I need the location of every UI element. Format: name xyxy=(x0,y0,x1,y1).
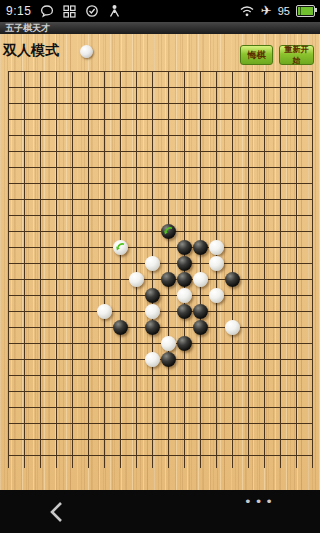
board-grid-line xyxy=(88,71,89,468)
white-stone xyxy=(129,272,144,287)
board-grid-line xyxy=(120,71,121,468)
last-move-marker-icon xyxy=(163,226,174,237)
apps-grid-icon xyxy=(63,5,76,18)
black-stone xyxy=(193,320,208,335)
white-stone xyxy=(145,304,160,319)
turn-indicator-stone xyxy=(80,45,93,58)
board-grid-line xyxy=(8,151,313,152)
board-grid-line xyxy=(264,71,265,468)
app-title: 五子棋天才 xyxy=(0,22,50,34)
board-grid-line xyxy=(8,71,9,468)
white-stone xyxy=(193,272,208,287)
black-stone xyxy=(145,288,160,303)
black-stone xyxy=(177,240,192,255)
board-grid-line xyxy=(8,375,313,376)
restart-button[interactable]: 重新开始 xyxy=(279,45,314,65)
white-stone xyxy=(209,288,224,303)
wifi-icon xyxy=(239,5,255,17)
black-stone xyxy=(145,320,160,335)
board-grid-line xyxy=(232,71,233,468)
board-grid-line xyxy=(8,327,313,328)
black-stone xyxy=(193,240,208,255)
white-stone xyxy=(97,304,112,319)
board-grid-line xyxy=(8,135,313,136)
battery-percent: 95 xyxy=(278,5,290,17)
black-stone xyxy=(161,272,176,287)
board-grid-line xyxy=(8,247,313,248)
white-stone xyxy=(225,320,240,335)
board-grid-line xyxy=(8,455,313,456)
board-grid-line xyxy=(8,263,313,264)
black-stone xyxy=(161,352,176,367)
board-grid-line xyxy=(8,423,313,424)
mode-label: 双人模式 xyxy=(3,42,59,60)
check-circle-icon xyxy=(85,4,99,18)
black-stone xyxy=(177,336,192,351)
status-bar: 9:15 ✈ 95 xyxy=(0,0,320,22)
board-grid-line xyxy=(24,71,25,468)
board-grid-line xyxy=(8,407,313,408)
board-grid-line xyxy=(8,295,313,296)
black-stone xyxy=(225,272,240,287)
board-grid-line xyxy=(136,71,137,468)
person-icon xyxy=(108,4,121,18)
white-stone xyxy=(209,240,224,255)
board-grid-line xyxy=(8,183,313,184)
board-grid-line xyxy=(8,311,313,312)
board-grid-line xyxy=(72,71,73,468)
board-grid-line xyxy=(280,71,281,468)
board-grid-line xyxy=(8,87,313,88)
board-grid-line xyxy=(248,71,249,468)
board-grid-line xyxy=(104,71,105,468)
white-stone xyxy=(145,256,160,271)
white-stone xyxy=(161,336,176,351)
board-grid-line xyxy=(56,71,57,468)
black-stone xyxy=(177,304,192,319)
undo-button[interactable]: 悔棋 xyxy=(240,45,273,65)
board[interactable]: 双人模式 悔棋 重新开始 xyxy=(0,34,320,490)
board-grid-line xyxy=(168,71,169,468)
battery-icon xyxy=(296,5,315,17)
airplane-mode-icon: ✈ xyxy=(261,5,272,17)
board-grid-line xyxy=(312,71,313,468)
black-stone xyxy=(161,224,176,239)
white-stone xyxy=(113,240,128,255)
black-stone xyxy=(177,256,192,271)
board-grid-line xyxy=(8,199,313,200)
black-stone xyxy=(193,304,208,319)
black-stone xyxy=(113,320,128,335)
board-grid-line xyxy=(8,119,313,120)
navigation-bar: ••• xyxy=(0,490,320,533)
board-grid-line xyxy=(200,71,201,468)
board-grid-line xyxy=(8,103,313,104)
board-grid-line xyxy=(40,71,41,468)
last-move-marker-icon xyxy=(115,242,126,253)
white-stone xyxy=(177,288,192,303)
chat-bubble-icon xyxy=(40,4,54,18)
board-grid-line xyxy=(8,215,313,216)
clock: 9:15 xyxy=(6,4,31,18)
board-grid-line xyxy=(8,439,313,440)
board-grid-line xyxy=(296,71,297,468)
board-grid-line xyxy=(8,71,313,72)
white-stone xyxy=(209,256,224,271)
board-grid-line xyxy=(8,167,313,168)
overflow-menu-icon[interactable]: ••• xyxy=(244,494,276,509)
black-stone xyxy=(177,272,192,287)
white-stone xyxy=(145,352,160,367)
back-icon[interactable] xyxy=(48,500,64,524)
board-grid-line xyxy=(8,391,313,392)
